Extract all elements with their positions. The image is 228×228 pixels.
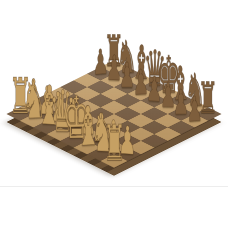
pieces-layer: ♜♞♝♛♚♝♞♜♟♟♟♟♟♟♟♟♟♟♟♟♟♟♟♟♜♞♝♛♚♝♞♜: [0, 0, 228, 228]
piece-black-pawn-h7: ♟: [183, 91, 205, 127]
chess-set-photo: ♜♞♝♛♚♝♞♜♟♟♟♟♟♟♟♟♟♟♟♟♟♟♟♟♜♞♝♛♚♝♞♜: [0, 0, 228, 228]
piece-white-rook-h1: ♜: [103, 118, 125, 168]
